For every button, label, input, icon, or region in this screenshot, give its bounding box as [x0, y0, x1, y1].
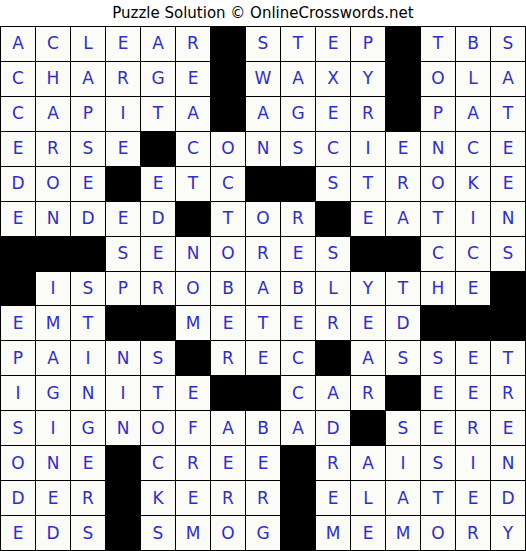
block-cell: [141, 306, 175, 340]
letter-cell: S: [491, 237, 525, 271]
letter-cell: C: [281, 341, 315, 375]
letter-cell: H: [36, 62, 70, 96]
block-cell: [211, 97, 245, 131]
block-cell: [281, 446, 315, 480]
letter-cell: L: [71, 27, 105, 61]
letter-cell: E: [456, 481, 490, 515]
letter-cell: T: [421, 27, 455, 61]
letter-cell: E: [36, 481, 70, 515]
letter-cell: I: [386, 446, 420, 480]
letter-cell: S: [71, 272, 105, 306]
block-cell: [106, 167, 140, 201]
letter-cell: A: [351, 446, 385, 480]
letter-cell: T: [421, 202, 455, 236]
letter-cell: I: [36, 272, 70, 306]
letter-cell: E: [176, 481, 210, 515]
letter-cell: T: [246, 306, 280, 340]
letter-cell: I: [106, 97, 140, 131]
letter-cell: O: [211, 516, 245, 550]
letter-cell: O: [1, 446, 35, 480]
letter-cell: E: [386, 132, 420, 166]
letter-cell: N: [36, 446, 70, 480]
letter-cell: N: [491, 202, 525, 236]
letter-cell: T: [491, 97, 525, 131]
letter-cell: D: [491, 481, 525, 515]
letter-cell: B: [281, 272, 315, 306]
letter-cell: M: [176, 516, 210, 550]
block-cell: [491, 272, 525, 306]
letter-cell: E: [141, 237, 175, 271]
letter-cell: C: [421, 237, 455, 271]
letter-cell: R: [106, 62, 140, 96]
block-cell: [246, 167, 280, 201]
letter-cell: A: [1, 27, 35, 61]
letter-cell: A: [36, 97, 70, 131]
letter-cell: B: [246, 411, 280, 445]
letter-cell: P: [1, 341, 35, 375]
letter-cell: O: [176, 272, 210, 306]
letter-cell: P: [71, 97, 105, 131]
letter-cell: A: [386, 481, 420, 515]
letter-cell: E: [71, 167, 105, 201]
letter-cell: C: [211, 167, 245, 201]
letter-cell: R: [211, 481, 245, 515]
letter-cell: R: [386, 167, 420, 201]
block-cell: [281, 481, 315, 515]
letter-cell: C: [456, 237, 490, 271]
letter-cell: H: [421, 272, 455, 306]
block-cell: [1, 237, 35, 271]
block-cell: [421, 306, 455, 340]
letter-cell: E: [456, 376, 490, 410]
letter-cell: O: [211, 237, 245, 271]
letter-cell: P: [421, 97, 455, 131]
letter-cell: G: [281, 97, 315, 131]
letter-cell: N: [36, 202, 70, 236]
block-cell: [1, 272, 35, 306]
letter-cell: M: [36, 306, 70, 340]
letter-cell: R: [351, 376, 385, 410]
letter-cell: R: [456, 516, 490, 550]
letter-cell: L: [351, 481, 385, 515]
letter-cell: R: [281, 202, 315, 236]
letter-cell: T: [211, 202, 245, 236]
letter-cell: E: [491, 167, 525, 201]
letter-cell: C: [36, 27, 70, 61]
letter-cell: O: [421, 62, 455, 96]
letter-cell: C: [1, 62, 35, 96]
block-cell: [386, 237, 420, 271]
letter-cell: R: [176, 27, 210, 61]
block-cell: [386, 27, 420, 61]
block-cell: [351, 411, 385, 445]
letter-cell: F: [176, 411, 210, 445]
block-cell: [456, 306, 490, 340]
block-cell: [106, 516, 140, 550]
letter-cell: R: [36, 132, 70, 166]
page-title: Puzzle Solution © OnlineCrosswords.net: [112, 4, 413, 22]
letter-cell: T: [176, 167, 210, 201]
letter-cell: E: [351, 516, 385, 550]
letter-cell: E: [1, 132, 35, 166]
block-cell: [211, 376, 245, 410]
letter-cell: N: [421, 132, 455, 166]
letter-cell: Y: [351, 62, 385, 96]
letter-cell: S: [491, 27, 525, 61]
letter-cell: T: [141, 376, 175, 410]
letter-cell: A: [141, 27, 175, 61]
letter-cell: R: [246, 237, 280, 271]
block-cell: [211, 27, 245, 61]
letter-cell: O: [36, 167, 70, 201]
letter-cell: W: [246, 62, 280, 96]
block-cell: [106, 446, 140, 480]
block-cell: [176, 202, 210, 236]
letter-cell: R: [141, 272, 175, 306]
letter-cell: K: [141, 481, 175, 515]
letter-cell: T: [351, 167, 385, 201]
letter-cell: O: [421, 167, 455, 201]
block-cell: [491, 306, 525, 340]
letter-cell: E: [1, 516, 35, 550]
letter-cell: N: [106, 411, 140, 445]
crossword-grid: ACLEARSTEPTBSCHARGEWAXYOLACAPITAAGERPATE…: [0, 26, 526, 551]
block-cell: [386, 376, 420, 410]
letter-cell: I: [36, 411, 70, 445]
letter-cell: S: [316, 167, 350, 201]
puzzle-solution-page: Puzzle Solution © OnlineCrosswords.net A…: [0, 0, 526, 551]
letter-cell: E: [176, 376, 210, 410]
letter-cell: L: [316, 272, 350, 306]
letter-cell: S: [316, 237, 350, 271]
letter-cell: E: [456, 272, 490, 306]
letter-cell: D: [36, 516, 70, 550]
letter-cell: D: [71, 202, 105, 236]
letter-cell: E: [246, 446, 280, 480]
letter-cell: R: [351, 97, 385, 131]
letter-cell: S: [71, 516, 105, 550]
letter-cell: I: [106, 376, 140, 410]
letter-cell: T: [421, 481, 455, 515]
block-cell: [316, 202, 350, 236]
letter-cell: A: [281, 62, 315, 96]
letter-cell: S: [386, 341, 420, 375]
letter-cell: C: [456, 132, 490, 166]
block-cell: [141, 132, 175, 166]
letter-cell: A: [246, 272, 280, 306]
letter-cell: T: [71, 306, 105, 340]
letter-cell: G: [141, 62, 175, 96]
block-cell: [386, 97, 420, 131]
block-cell: [71, 237, 105, 271]
letter-cell: S: [141, 516, 175, 550]
letter-cell: E: [1, 306, 35, 340]
letter-cell: A: [351, 341, 385, 375]
letter-cell: R: [246, 481, 280, 515]
letter-cell: M: [176, 306, 210, 340]
letter-cell: I: [71, 341, 105, 375]
letter-cell: R: [316, 306, 350, 340]
letter-cell: I: [351, 132, 385, 166]
letter-cell: E: [211, 306, 245, 340]
block-cell: [281, 167, 315, 201]
letter-cell: D: [1, 167, 35, 201]
block-cell: [316, 341, 350, 375]
letter-cell: A: [316, 376, 350, 410]
letter-cell: E: [106, 132, 140, 166]
letter-cell: S: [421, 446, 455, 480]
letter-cell: P: [351, 27, 385, 61]
block-cell: [211, 62, 245, 96]
letter-cell: I: [456, 202, 490, 236]
letter-cell: I: [1, 376, 35, 410]
letter-cell: K: [456, 167, 490, 201]
letter-cell: E: [176, 62, 210, 96]
letter-cell: E: [246, 341, 280, 375]
letter-cell: N: [491, 446, 525, 480]
letter-cell: E: [281, 306, 315, 340]
letter-cell: G: [246, 516, 280, 550]
letter-cell: E: [71, 446, 105, 480]
block-cell: [176, 341, 210, 375]
letter-cell: M: [386, 516, 420, 550]
letter-cell: T: [386, 272, 420, 306]
letter-cell: S: [71, 132, 105, 166]
letter-cell: A: [36, 341, 70, 375]
letter-cell: D: [141, 202, 175, 236]
letter-cell: B: [211, 272, 245, 306]
letter-cell: Y: [351, 272, 385, 306]
letter-cell: T: [281, 27, 315, 61]
block-cell: [246, 376, 280, 410]
letter-cell: A: [176, 97, 210, 131]
letter-cell: G: [36, 376, 70, 410]
letter-cell: R: [176, 446, 210, 480]
letter-cell: T: [491, 341, 525, 375]
letter-cell: E: [106, 202, 140, 236]
letter-cell: C: [141, 446, 175, 480]
letter-cell: L: [456, 62, 490, 96]
letter-cell: A: [281, 411, 315, 445]
letter-cell: A: [491, 62, 525, 96]
letter-cell: A: [246, 97, 280, 131]
letter-cell: D: [1, 481, 35, 515]
letter-cell: A: [456, 97, 490, 131]
block-cell: [281, 516, 315, 550]
letter-cell: Y: [491, 516, 525, 550]
letter-cell: N: [71, 376, 105, 410]
letter-cell: C: [281, 376, 315, 410]
letter-cell: E: [421, 376, 455, 410]
block-cell: [106, 481, 140, 515]
letter-cell: R: [211, 341, 245, 375]
block-cell: [106, 306, 140, 340]
letter-cell: A: [71, 62, 105, 96]
letter-cell: E: [141, 167, 175, 201]
letter-cell: O: [421, 516, 455, 550]
letter-cell: E: [491, 411, 525, 445]
letter-cell: N: [176, 237, 210, 271]
title-bar: Puzzle Solution © OnlineCrosswords.net: [0, 0, 526, 26]
letter-cell: E: [316, 481, 350, 515]
letter-cell: S: [421, 341, 455, 375]
letter-cell: E: [1, 202, 35, 236]
letter-cell: O: [141, 411, 175, 445]
letter-cell: T: [141, 97, 175, 131]
letter-cell: A: [211, 411, 245, 445]
letter-cell: E: [211, 446, 245, 480]
letter-cell: I: [456, 446, 490, 480]
letter-cell: X: [316, 62, 350, 96]
letter-cell: E: [421, 411, 455, 445]
block-cell: [386, 62, 420, 96]
letter-cell: S: [246, 27, 280, 61]
letter-cell: R: [71, 481, 105, 515]
letter-cell: E: [351, 306, 385, 340]
letter-cell: C: [316, 132, 350, 166]
letter-cell: R: [316, 446, 350, 480]
letter-cell: P: [106, 272, 140, 306]
letter-cell: E: [456, 341, 490, 375]
letter-cell: D: [316, 411, 350, 445]
letter-cell: N: [246, 132, 280, 166]
letter-cell: N: [106, 341, 140, 375]
letter-cell: D: [386, 306, 420, 340]
letter-cell: S: [386, 411, 420, 445]
letter-cell: B: [456, 27, 490, 61]
letter-cell: C: [1, 97, 35, 131]
letter-cell: M: [316, 516, 350, 550]
letter-cell: S: [281, 132, 315, 166]
letter-cell: S: [1, 411, 35, 445]
letter-cell: G: [71, 411, 105, 445]
letter-cell: E: [491, 132, 525, 166]
letter-cell: R: [456, 411, 490, 445]
letter-cell: A: [386, 202, 420, 236]
letter-cell: E: [316, 97, 350, 131]
letter-cell: E: [316, 27, 350, 61]
block-cell: [36, 237, 70, 271]
letter-cell: E: [281, 237, 315, 271]
letter-cell: E: [351, 202, 385, 236]
letter-cell: S: [106, 237, 140, 271]
letter-cell: S: [141, 341, 175, 375]
letter-cell: O: [211, 132, 245, 166]
block-cell: [351, 237, 385, 271]
letter-cell: C: [176, 132, 210, 166]
letter-cell: O: [246, 202, 280, 236]
letter-cell: R: [491, 376, 525, 410]
letter-cell: E: [106, 27, 140, 61]
